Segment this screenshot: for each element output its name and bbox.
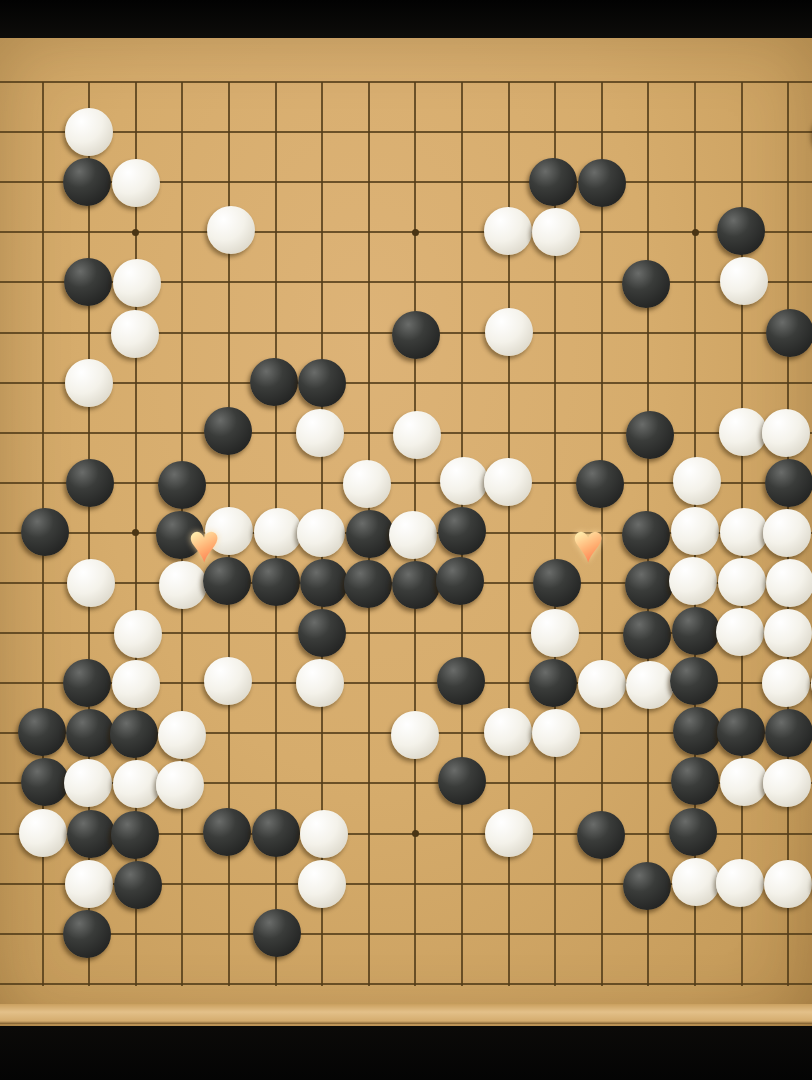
stone-black: [436, 557, 484, 605]
stone-white: [300, 810, 348, 858]
stone-black: [344, 560, 392, 608]
stone-white: [485, 809, 533, 857]
star-point: [412, 830, 419, 837]
stone-white: [764, 609, 812, 657]
stone-black: [765, 459, 812, 507]
stone-white: [19, 809, 67, 857]
stone-white: [484, 458, 532, 506]
stone-white: [114, 610, 162, 658]
stone-white: [112, 159, 160, 207]
grid-line-horizontal: [0, 231, 812, 233]
stone-black: [437, 657, 485, 705]
letterbox-bottom: [0, 1026, 812, 1080]
letterbox-top: [0, 0, 812, 38]
stone-black: [203, 808, 251, 856]
stone-black: [622, 260, 670, 308]
stone-white: [578, 660, 626, 708]
grid-line-horizontal: [0, 933, 812, 935]
stone-white: [440, 457, 488, 505]
stone-black: [18, 708, 66, 756]
stone-white: [720, 257, 768, 305]
stone-black: [63, 158, 111, 206]
stone-black: [252, 809, 300, 857]
stone-black: [111, 811, 159, 859]
stone-black: [204, 407, 252, 455]
stone-black: [670, 657, 718, 705]
stone-black: [438, 757, 486, 805]
stone-white: [158, 711, 206, 759]
stone-white: [484, 708, 532, 756]
stone-white: [113, 760, 161, 808]
stone-white: [672, 858, 720, 906]
stone-black: [578, 159, 626, 207]
stone-white: [484, 207, 532, 255]
star-point: [412, 229, 419, 236]
heart-overlay-right: ♥: [572, 516, 604, 570]
grid-line-horizontal: [0, 131, 812, 133]
stone-black: [253, 909, 301, 957]
stone-black: [21, 508, 69, 556]
stone-black: [63, 910, 111, 958]
video-frame: ♥♥: [0, 0, 812, 1080]
stone-black: [623, 862, 671, 910]
stone-black: [21, 758, 69, 806]
grid-line-horizontal: [0, 81, 812, 83]
stone-white: [389, 511, 437, 559]
stone-white: [64, 759, 112, 807]
stone-black: [577, 811, 625, 859]
grid-line-horizontal: [0, 382, 812, 384]
stone-black: [67, 810, 115, 858]
stone-white: [763, 759, 811, 807]
stone-white: [296, 659, 344, 707]
stone-white: [111, 310, 159, 358]
stone-black: [717, 708, 765, 756]
stone-black: [529, 659, 577, 707]
stone-black: [158, 461, 206, 509]
stone-black: [673, 707, 721, 755]
board-bottom-edge: [0, 1004, 812, 1024]
stone-black: [64, 258, 112, 306]
stone-black: [300, 559, 348, 607]
stone-black: [63, 659, 111, 707]
stone-black: [765, 709, 812, 757]
stone-white: [532, 208, 580, 256]
stone-white: [766, 559, 812, 607]
stone-black: [529, 158, 577, 206]
stone-black: [672, 607, 720, 655]
stone-white: [297, 509, 345, 557]
stone-white: [531, 609, 579, 657]
stone-black: [252, 558, 300, 606]
stone-black: [114, 861, 162, 909]
star-point: [132, 529, 139, 536]
stone-white: [716, 608, 764, 656]
stone-black: [766, 309, 812, 357]
stone-white: [673, 457, 721, 505]
stone-black: [622, 511, 670, 559]
stone-black: [671, 757, 719, 805]
stone-white: [763, 509, 811, 557]
stone-white: [207, 206, 255, 254]
stone-white: [298, 860, 346, 908]
stone-white: [671, 507, 719, 555]
stone-black: [66, 709, 114, 757]
stone-white: [716, 859, 764, 907]
stone-white: [762, 409, 810, 457]
grid-line-horizontal: [0, 983, 812, 985]
stone-white: [669, 557, 717, 605]
stone-black: [110, 710, 158, 758]
stone-white: [762, 659, 810, 707]
stone-white: [391, 711, 439, 759]
stone-white: [720, 758, 768, 806]
stone-black: [298, 359, 346, 407]
stone-white: [393, 411, 441, 459]
stone-white: [626, 661, 674, 709]
stone-white: [65, 108, 113, 156]
stone-white: [113, 259, 161, 307]
stone-black: [346, 510, 394, 558]
stone-white: [112, 660, 160, 708]
stone-black: [250, 358, 298, 406]
stone-white: [343, 460, 391, 508]
stone-white: [764, 860, 812, 908]
stone-black: [392, 311, 440, 359]
stone-white: [719, 408, 767, 456]
stone-white: [485, 308, 533, 356]
stone-white: [532, 709, 580, 757]
stone-black: [669, 808, 717, 856]
stone-white: [65, 359, 113, 407]
stone-black: [626, 411, 674, 459]
stone-black: [623, 611, 671, 659]
stone-white: [67, 559, 115, 607]
stone-black: [298, 609, 346, 657]
stone-black: [576, 460, 624, 508]
stone-black: [438, 507, 486, 555]
stone-white: [254, 508, 302, 556]
go-board: ♥♥: [0, 38, 812, 1026]
stone-white: [65, 860, 113, 908]
star-point: [132, 229, 139, 236]
stone-black: [392, 561, 440, 609]
stone-white: [720, 508, 768, 556]
stone-white: [204, 657, 252, 705]
stone-black: [717, 207, 765, 255]
stone-black: [625, 561, 673, 609]
stone-black: [66, 459, 114, 507]
star-point: [692, 229, 699, 236]
stone-white: [156, 761, 204, 809]
stone-white: [718, 558, 766, 606]
heart-overlay-left: ♥: [188, 516, 220, 570]
stone-white: [296, 409, 344, 457]
